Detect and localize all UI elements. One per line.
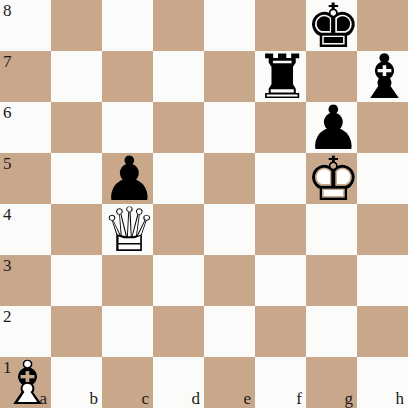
square-b1[interactable]: b	[51, 357, 102, 408]
square-c2[interactable]	[102, 306, 153, 357]
rank-label-5: 5	[3, 155, 12, 172]
file-label-d: d	[192, 390, 201, 407]
rank-label-8: 8	[3, 2, 12, 19]
square-e8[interactable]	[204, 0, 255, 51]
square-a4[interactable]: 4	[0, 204, 51, 255]
file-label-f: f	[296, 390, 302, 407]
square-e1[interactable]: e	[204, 357, 255, 408]
square-c1[interactable]: c	[102, 357, 153, 408]
square-g8[interactable]: ♚	[306, 0, 357, 51]
file-label-c: c	[141, 390, 149, 407]
square-d7[interactable]	[153, 51, 204, 102]
square-h7[interactable]: ♝	[357, 51, 408, 102]
square-d3[interactable]	[153, 255, 204, 306]
square-h3[interactable]	[357, 255, 408, 306]
piece-black-rook[interactable]: ♜	[255, 51, 306, 102]
square-e6[interactable]	[204, 102, 255, 153]
square-e7[interactable]	[204, 51, 255, 102]
square-c8[interactable]	[102, 0, 153, 51]
piece-white-bishop[interactable]: ♝♗	[0, 357, 51, 408]
white-king-glyph: ♔	[306, 153, 357, 204]
black-rook-glyph: ♜	[255, 51, 306, 102]
square-b8[interactable]	[51, 0, 102, 51]
square-g2[interactable]	[306, 306, 357, 357]
square-b3[interactable]	[51, 255, 102, 306]
file-label-g: g	[345, 390, 354, 407]
piece-black-bishop[interactable]: ♝	[357, 51, 408, 102]
square-d6[interactable]	[153, 102, 204, 153]
piece-white-queen[interactable]: ♛♕	[102, 204, 153, 255]
square-a6[interactable]: 6	[0, 102, 51, 153]
square-d2[interactable]	[153, 306, 204, 357]
square-e3[interactable]	[204, 255, 255, 306]
square-b6[interactable]	[51, 102, 102, 153]
white-bishop-glyph: ♗	[0, 357, 51, 408]
square-f4[interactable]	[255, 204, 306, 255]
square-d1[interactable]: d	[153, 357, 204, 408]
rank-label-3: 3	[3, 257, 12, 274]
square-f5[interactable]	[255, 153, 306, 204]
square-a1[interactable]: 1a♝♗	[0, 357, 51, 408]
square-g3[interactable]	[306, 255, 357, 306]
file-label-b: b	[90, 390, 99, 407]
square-f7[interactable]: ♜	[255, 51, 306, 102]
square-h4[interactable]	[357, 204, 408, 255]
square-g1[interactable]: g	[306, 357, 357, 408]
square-b7[interactable]	[51, 51, 102, 102]
square-a3[interactable]: 3	[0, 255, 51, 306]
piece-black-king[interactable]: ♚	[306, 0, 357, 51]
rank-label-2: 2	[3, 308, 12, 325]
file-label-e: e	[243, 390, 251, 407]
square-b4[interactable]	[51, 204, 102, 255]
square-f2[interactable]	[255, 306, 306, 357]
square-a8[interactable]: 8	[0, 0, 51, 51]
square-a5[interactable]: 5	[0, 153, 51, 204]
square-f1[interactable]: f	[255, 357, 306, 408]
rank-label-6: 6	[3, 104, 12, 121]
file-label-h: h	[396, 390, 405, 407]
square-c7[interactable]	[102, 51, 153, 102]
rank-label-7: 7	[3, 53, 12, 70]
square-a7[interactable]: 7	[0, 51, 51, 102]
square-e2[interactable]	[204, 306, 255, 357]
square-f3[interactable]	[255, 255, 306, 306]
square-e4[interactable]	[204, 204, 255, 255]
piece-white-king[interactable]: ♚♔	[306, 153, 357, 204]
white-queen-glyph: ♕	[102, 204, 153, 255]
square-h1[interactable]: h	[357, 357, 408, 408]
square-b5[interactable]	[51, 153, 102, 204]
square-b2[interactable]	[51, 306, 102, 357]
square-d8[interactable]	[153, 0, 204, 51]
square-c4[interactable]: ♛♕	[102, 204, 153, 255]
rank-label-4: 4	[3, 206, 12, 223]
black-king-glyph: ♚	[306, 0, 357, 51]
square-d4[interactable]	[153, 204, 204, 255]
square-e5[interactable]	[204, 153, 255, 204]
square-g5[interactable]: ♚♔	[306, 153, 357, 204]
square-h5[interactable]	[357, 153, 408, 204]
square-d5[interactable]	[153, 153, 204, 204]
chess-board: 8♚7♜♝6♟5♟♚♔4♛♕321a♝♗bcdefgh	[0, 0, 408, 408]
black-bishop-glyph: ♝	[357, 51, 408, 102]
square-h2[interactable]	[357, 306, 408, 357]
